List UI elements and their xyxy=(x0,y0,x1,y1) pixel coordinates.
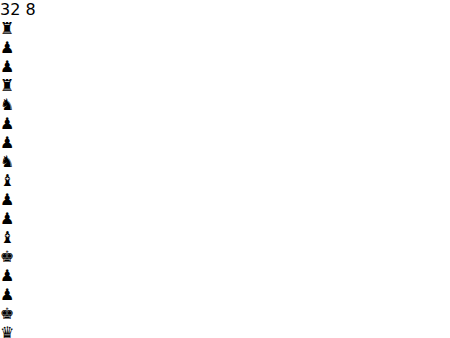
white-rook[interactable]: ♜ xyxy=(0,76,14,95)
square-f2[interactable]: ♟ xyxy=(0,209,450,228)
square-e5[interactable]: ♟ xyxy=(0,266,450,285)
doubling-cube-top-value: 32 xyxy=(0,0,20,19)
square-e8[interactable]: ♚ xyxy=(0,247,450,266)
square-f8[interactable]: ♝ xyxy=(0,171,450,190)
square-f7[interactable]: ♟ xyxy=(0,190,450,209)
black-king[interactable]: ♚ xyxy=(0,247,14,266)
black-pawn[interactable]: ♟ xyxy=(0,38,14,57)
black-pawn[interactable]: ♟ xyxy=(0,266,14,285)
white-pawn[interactable]: ♟ xyxy=(0,57,14,76)
black-bishop[interactable]: ♝ xyxy=(0,171,14,190)
black-pawn[interactable]: ♟ xyxy=(0,114,14,133)
square-e1[interactable]: ♚ xyxy=(0,304,450,323)
white-knight[interactable]: ♞ xyxy=(0,152,14,171)
square-g1[interactable]: ♞ xyxy=(0,152,450,171)
square-e4[interactable]: ♟ xyxy=(0,285,450,304)
square-f1[interactable]: ♝ xyxy=(0,228,450,247)
backgammon-right-half xyxy=(79,0,225,139)
black-pawn[interactable]: ♟ xyxy=(0,190,14,209)
doubling-cube-front-value: 8 xyxy=(25,0,35,19)
black-queen[interactable]: ♛ xyxy=(0,323,14,338)
white-pawn[interactable]: ♟ xyxy=(0,133,14,152)
white-pawn[interactable]: ♟ xyxy=(0,285,14,304)
black-knight[interactable]: ♞ xyxy=(0,95,14,114)
product-photo: 32 8 ♜♟♟♜♞♟♟♞♝♟♟♝♚♟♟♚♛♟♟♛♝♟♟♝♞♟♟♞♜♟♟♜ xyxy=(0,0,450,338)
black-rook[interactable]: ♜ xyxy=(0,19,14,38)
white-king[interactable]: ♚ xyxy=(0,304,14,323)
white-bishop[interactable]: ♝ xyxy=(0,228,14,247)
white-pawn[interactable]: ♟ xyxy=(0,209,14,228)
square-d8[interactable]: ♛ xyxy=(0,323,450,338)
